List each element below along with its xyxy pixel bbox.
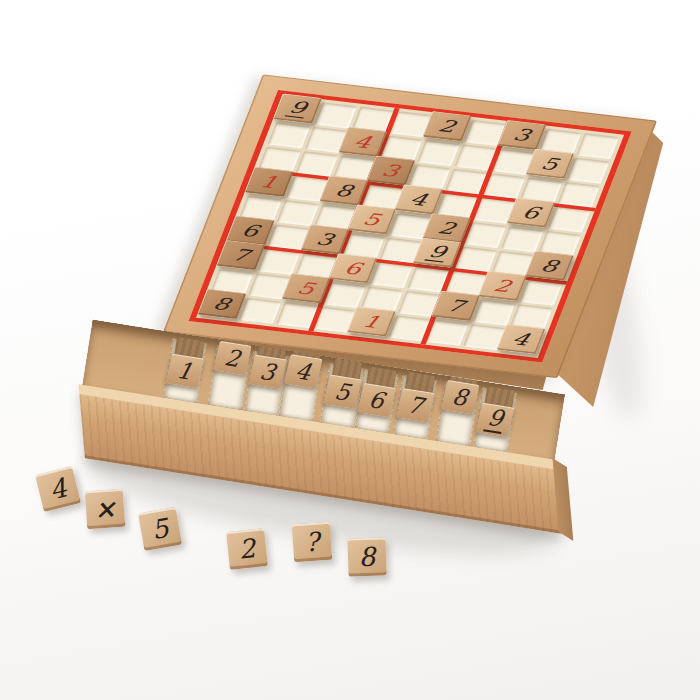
tile-number: 9 [483,406,507,434]
tile-number: 4 [510,330,532,348]
cell-r9c2[interactable] [239,298,282,324]
tile-number: 2 [436,219,458,237]
tile-number: 6 [239,222,261,240]
drawer-tile-2[interactable]: 2 [213,341,251,375]
tile-number: 3 [380,162,402,180]
tile-number: 6 [367,388,387,413]
tile-number: 8 [450,385,470,410]
tile-symbol: × [93,495,117,522]
tile-number: 8 [211,295,233,313]
tile-symbol: ? [304,529,320,556]
drawer-tile-1[interactable]: 1 [166,354,204,388]
tile-number: 2 [436,117,458,135]
cell-r5c8[interactable] [501,226,544,252]
cell-r8c8[interactable] [473,300,516,326]
cell-r2c5[interactable] [417,140,460,166]
tile-number: 3 [314,230,336,248]
drawer-tile-3[interactable]: 3 [249,355,287,389]
drawer-tile-8[interactable]: 8 [441,380,479,414]
loose-tile-?[interactable]: ? [292,522,333,563]
tile-number: 5 [539,155,561,173]
tile-symbol: 8 [358,544,375,571]
cell-r2c9[interactable] [567,157,610,183]
drawer-tile-4[interactable]: 4 [284,354,322,388]
tile-symbol: 2 [237,535,256,563]
cell-r1c2[interactable] [314,102,357,128]
tile-number: 1 [175,358,195,383]
tile-number: 8 [538,257,560,275]
cell-r1c9[interactable] [576,133,619,159]
tile-number: 8 [333,182,355,200]
tile-number: 1 [258,173,280,191]
cell-r2c1[interactable] [268,122,311,148]
tile-number: 9 [424,243,450,263]
drawer-tile-5[interactable]: 5 [323,375,361,409]
tile-number: 7 [406,393,426,418]
tile-number: 4 [408,190,430,208]
loose-tile-2[interactable]: 2 [226,528,268,570]
tile-symbol: 5 [150,515,171,543]
tile-number: 4 [352,133,374,151]
tile-number: 7 [445,297,467,315]
sudoku-board: 923453184652639876257814 [189,90,632,362]
tile-number: 7 [230,246,252,264]
tile-number: 3 [258,359,278,384]
tile-symbol: 4 [47,474,69,503]
drawer-tile-9[interactable]: 9 [476,403,514,437]
tile-number: 5 [333,379,353,404]
loose-tile-×[interactable]: × [85,489,126,530]
tile-number: 1 [360,313,382,331]
loose-tile-5[interactable]: 5 [138,507,182,551]
tile-number: 3 [511,126,533,144]
cell-r5c2[interactable] [277,200,320,226]
tile-number: 2 [492,277,514,295]
drawer-tile-6[interactable]: 6 [357,383,395,417]
tile-number: 5 [295,279,317,297]
tile-number: 4 [293,359,313,384]
tile-number: 6 [342,259,364,277]
tile-number: 2 [223,346,243,371]
tile-number: 9 [284,99,310,119]
tile-number: 6 [520,204,542,222]
tile-number: 5 [361,210,383,228]
scene: 923453184652639876257814 123456789 4×52?… [0,0,700,700]
loose-tile-8[interactable]: 8 [347,537,386,576]
sudoku-board-group: 923453184652639876257814 [189,90,632,362]
drawer-tile-7[interactable]: 7 [396,388,434,422]
